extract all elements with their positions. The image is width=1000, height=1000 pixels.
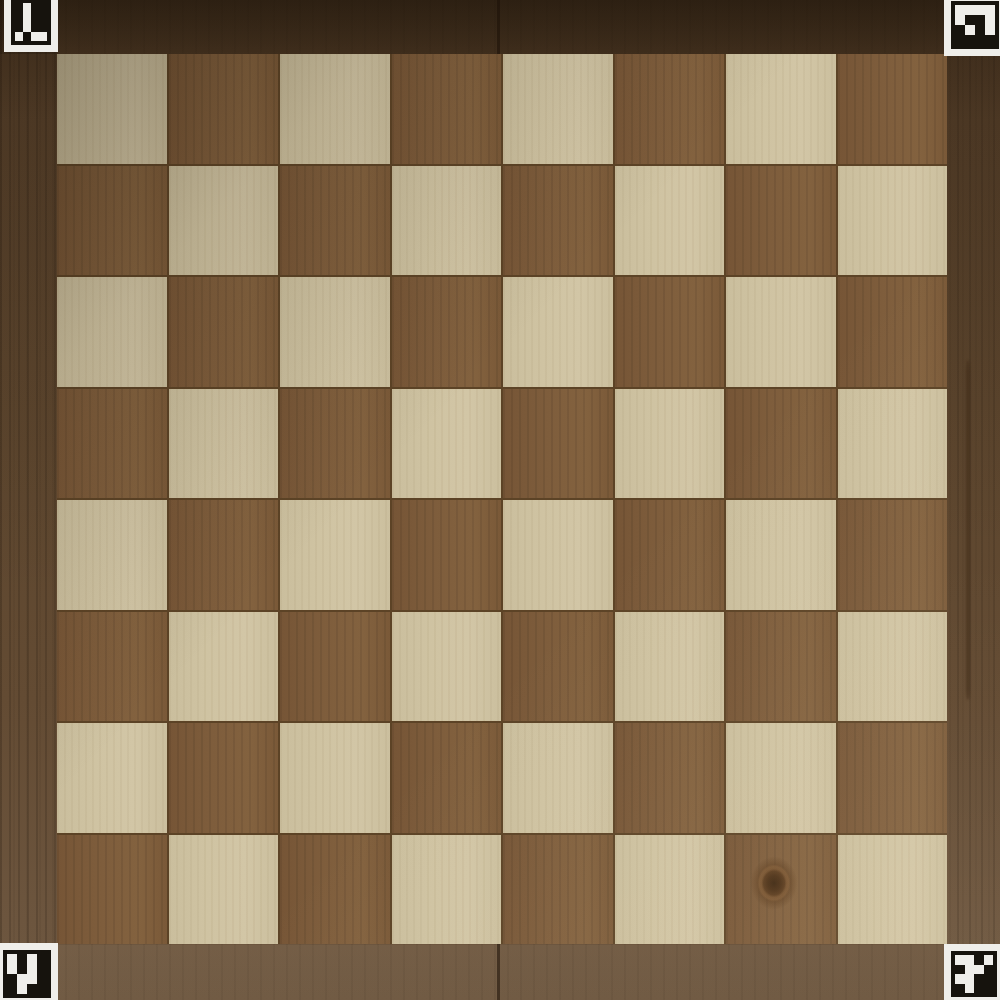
square-e7[interactable] bbox=[503, 166, 613, 276]
square-a6[interactable] bbox=[57, 277, 167, 387]
square-b3[interactable] bbox=[169, 612, 279, 722]
fiducial-marker-bottom-left bbox=[0, 943, 58, 1000]
marker-bit-on bbox=[15, 32, 23, 42]
square-b7[interactable] bbox=[169, 166, 279, 276]
marker-bit-on bbox=[965, 974, 975, 984]
square-h2[interactable] bbox=[838, 723, 948, 833]
square-a1[interactable] bbox=[57, 835, 167, 945]
square-c3[interactable] bbox=[280, 612, 390, 722]
marker-bit-on bbox=[955, 955, 965, 965]
square-a3[interactable] bbox=[57, 612, 167, 722]
marker-bit-on bbox=[965, 984, 975, 994]
square-f6[interactable] bbox=[615, 277, 725, 387]
marker-bit-on bbox=[7, 954, 17, 964]
marker-bit-off bbox=[31, 22, 39, 32]
square-h7[interactable] bbox=[838, 166, 948, 276]
square-a5[interactable] bbox=[57, 389, 167, 499]
wood-grain-line bbox=[966, 360, 970, 700]
square-c4[interactable] bbox=[280, 500, 390, 610]
marker-bit-on bbox=[965, 25, 975, 35]
marker-bit-on bbox=[965, 965, 975, 975]
square-b5[interactable] bbox=[169, 389, 279, 499]
square-d4[interactable] bbox=[392, 500, 502, 610]
marker-bit-on bbox=[985, 15, 995, 25]
square-a4[interactable] bbox=[57, 500, 167, 610]
fiducial-marker-top-right bbox=[944, 0, 1000, 56]
marker-bit-on bbox=[965, 5, 975, 15]
square-c6[interactable] bbox=[280, 277, 390, 387]
square-g2[interactable] bbox=[726, 723, 836, 833]
fiducial-pattern-top-right bbox=[951, 1, 999, 49]
square-d3[interactable] bbox=[392, 612, 502, 722]
marker-bit-off bbox=[974, 955, 984, 965]
marker-bit-off bbox=[39, 22, 47, 32]
fiducial-pattern-top-left bbox=[11, 0, 51, 45]
fiducial-marker-top-left bbox=[4, 0, 58, 52]
board-frame-bottom bbox=[0, 945, 1000, 1000]
marker-bit-off bbox=[27, 984, 37, 994]
square-g7[interactable] bbox=[726, 166, 836, 276]
square-b6[interactable] bbox=[169, 277, 279, 387]
square-e6[interactable] bbox=[503, 277, 613, 387]
marker-bit-off bbox=[975, 35, 985, 45]
square-h6[interactable] bbox=[838, 277, 948, 387]
marker-bit-on bbox=[985, 25, 995, 35]
square-h8[interactable] bbox=[838, 54, 948, 164]
marker-bit-on bbox=[955, 974, 965, 984]
marker-bit-off bbox=[974, 984, 984, 994]
square-f7[interactable] bbox=[615, 166, 725, 276]
marker-bit-on bbox=[23, 3, 31, 13]
marker-bit-on bbox=[31, 32, 39, 42]
fiducial-marker-bottom-right bbox=[944, 944, 1000, 1000]
marker-bit-on bbox=[984, 955, 994, 965]
square-f5[interactable] bbox=[615, 389, 725, 499]
marker-bit-on bbox=[955, 5, 965, 15]
marker-bit-on bbox=[23, 22, 31, 32]
marker-bit-off bbox=[975, 15, 985, 25]
marker-bit-on bbox=[23, 13, 31, 23]
square-d5[interactable] bbox=[392, 389, 502, 499]
square-g3[interactable] bbox=[726, 612, 836, 722]
square-e5[interactable] bbox=[503, 389, 613, 499]
marker-bit-off bbox=[37, 954, 47, 964]
square-h5[interactable] bbox=[838, 389, 948, 499]
marker-bit-on bbox=[955, 15, 965, 25]
marker-bit-off bbox=[31, 13, 39, 23]
square-g8[interactable] bbox=[726, 54, 836, 164]
square-g1[interactable] bbox=[726, 835, 836, 945]
marker-bit-off bbox=[965, 15, 975, 25]
fiducial-pattern-bottom-left bbox=[3, 950, 51, 998]
square-d8[interactable] bbox=[392, 54, 502, 164]
square-f8[interactable] bbox=[615, 54, 725, 164]
square-d1[interactable] bbox=[392, 835, 502, 945]
marker-bit-off bbox=[39, 3, 47, 13]
square-h1[interactable] bbox=[838, 835, 948, 945]
marker-bit-off bbox=[984, 984, 994, 994]
marker-bit-off bbox=[15, 22, 23, 32]
marker-bit-off bbox=[37, 984, 47, 994]
marker-bit-off bbox=[974, 974, 984, 984]
square-c8[interactable] bbox=[280, 54, 390, 164]
marker-bit-off bbox=[37, 974, 47, 984]
marker-bit-off bbox=[39, 13, 47, 23]
marker-bit-off bbox=[17, 954, 27, 964]
square-c5[interactable] bbox=[280, 389, 390, 499]
fiducial-pattern-bottom-right bbox=[951, 951, 997, 997]
square-b2[interactable] bbox=[169, 723, 279, 833]
marker-bit-off bbox=[17, 964, 27, 974]
chessboard-photo-scene bbox=[0, 0, 1000, 1000]
marker-bit-off bbox=[975, 25, 985, 35]
marker-bit-off bbox=[985, 35, 995, 45]
square-f2[interactable] bbox=[615, 723, 725, 833]
marker-bit-on bbox=[974, 965, 984, 975]
marker-bit-on bbox=[27, 954, 37, 964]
square-f4[interactable] bbox=[615, 500, 725, 610]
marker-bit-off bbox=[7, 984, 17, 994]
marker-bit-on bbox=[965, 955, 975, 965]
square-h3[interactable] bbox=[838, 612, 948, 722]
square-c7[interactable] bbox=[280, 166, 390, 276]
square-d6[interactable] bbox=[392, 277, 502, 387]
square-g4[interactable] bbox=[726, 500, 836, 610]
board-frame-top bbox=[0, 0, 1000, 54]
square-f3[interactable] bbox=[615, 612, 725, 722]
marker-bit-off bbox=[37, 964, 47, 974]
square-a8[interactable] bbox=[57, 54, 167, 164]
marker-bit-off bbox=[15, 13, 23, 23]
marker-bit-off bbox=[955, 35, 965, 45]
marker-bit-off bbox=[7, 974, 17, 984]
marker-bit-off bbox=[965, 35, 975, 45]
marker-bit-off bbox=[23, 32, 31, 42]
marker-bit-on bbox=[7, 964, 17, 974]
square-a7[interactable] bbox=[57, 166, 167, 276]
board-frame-left bbox=[0, 0, 57, 1000]
square-f1[interactable] bbox=[615, 835, 725, 945]
square-h4[interactable] bbox=[838, 500, 948, 610]
marker-bit-off bbox=[955, 965, 965, 975]
square-d2[interactable] bbox=[392, 723, 502, 833]
square-b1[interactable] bbox=[169, 835, 279, 945]
marker-bit-on bbox=[17, 984, 27, 994]
chessboard bbox=[57, 54, 947, 944]
square-e2[interactable] bbox=[503, 723, 613, 833]
marker-bit-off bbox=[31, 3, 39, 13]
square-e8[interactable] bbox=[503, 54, 613, 164]
marker-bit-off bbox=[955, 25, 965, 35]
square-b8[interactable] bbox=[169, 54, 279, 164]
square-c1[interactable] bbox=[280, 835, 390, 945]
marker-bit-on bbox=[39, 32, 47, 42]
marker-bit-on bbox=[27, 974, 37, 984]
square-a2[interactable] bbox=[57, 723, 167, 833]
marker-bit-off bbox=[984, 974, 994, 984]
marker-bit-off bbox=[955, 984, 965, 994]
board-frame-right bbox=[945, 0, 1000, 1000]
square-g6[interactable] bbox=[726, 277, 836, 387]
square-b4[interactable] bbox=[169, 500, 279, 610]
square-e4[interactable] bbox=[503, 500, 613, 610]
square-d7[interactable] bbox=[392, 166, 502, 276]
square-e1[interactable] bbox=[503, 835, 613, 945]
square-c2[interactable] bbox=[280, 723, 390, 833]
square-e3[interactable] bbox=[503, 612, 613, 722]
marker-bit-on bbox=[27, 964, 37, 974]
marker-bit-off bbox=[984, 965, 994, 975]
square-g5[interactable] bbox=[726, 389, 836, 499]
marker-bit-on bbox=[975, 5, 985, 15]
marker-bit-off bbox=[15, 3, 23, 13]
marker-bit-on bbox=[985, 5, 995, 15]
marker-bit-on bbox=[17, 974, 27, 984]
